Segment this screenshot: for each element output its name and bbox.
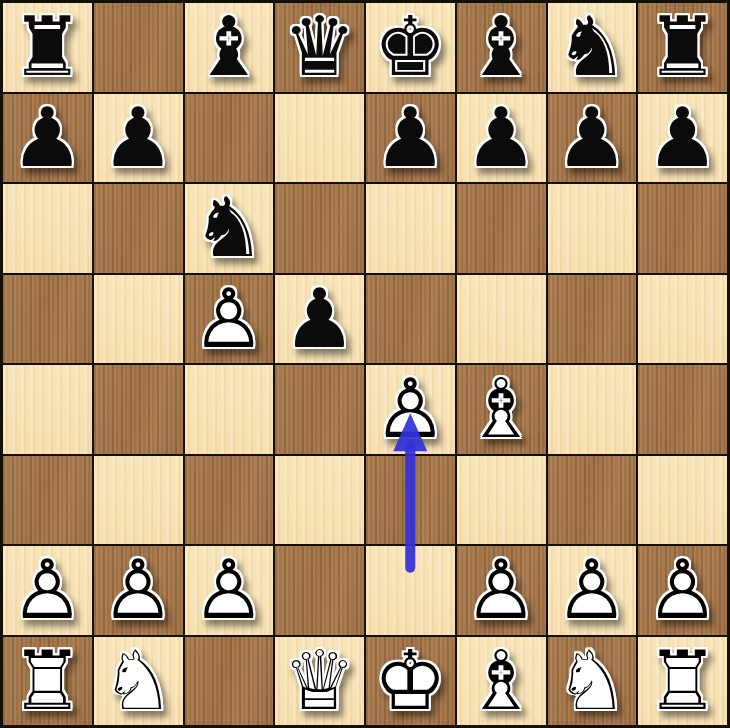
white-rook-outline-icon: ♖ xyxy=(11,640,85,722)
black-bishop-icon: ♝ xyxy=(192,0,266,94)
black-bishop[interactable]: ♝ xyxy=(457,3,546,92)
chess-board-container: ♜♝♛♚♝♞♜♟♟♟♟♟♟♞♟♙♟♟♙♝♗♟♙♟♙♟♙♟♙♟♙♟♙♜♖♞♘♛♕♚… xyxy=(0,0,730,728)
white-pawn-outline-icon: ♙ xyxy=(101,549,175,631)
square-g3[interactable] xyxy=(548,456,637,545)
white-queen-outline-icon: ♕ xyxy=(283,640,357,722)
square-d7[interactable] xyxy=(275,94,364,183)
square-h5[interactable] xyxy=(638,275,727,364)
black-pawn[interactable]: ♟ xyxy=(94,94,183,183)
white-bishop-outline-icon: ♗ xyxy=(464,368,538,450)
square-e7[interactable]: ♟ xyxy=(366,94,455,183)
black-pawn-icon: ♟ xyxy=(464,90,538,185)
square-g2[interactable]: ♟♙ xyxy=(548,546,637,635)
black-king-icon: ♚ xyxy=(374,0,448,94)
black-pawn-icon: ♟ xyxy=(374,90,448,185)
square-a7[interactable]: ♟ xyxy=(3,94,92,183)
white-pawn[interactable]: ♟♙ xyxy=(185,275,274,364)
square-f3[interactable] xyxy=(457,456,546,545)
white-bishop[interactable]: ♝♗ xyxy=(457,365,546,454)
white-pawn[interactable]: ♟♙ xyxy=(94,546,183,635)
white-pawn[interactable]: ♟♙ xyxy=(366,365,455,454)
square-d3[interactable] xyxy=(275,456,364,545)
square-e2[interactable] xyxy=(366,546,455,635)
square-f5[interactable] xyxy=(457,275,546,364)
square-e4[interactable]: ♟♙ xyxy=(366,365,455,454)
square-g8[interactable]: ♞ xyxy=(548,3,637,92)
black-bishop-icon: ♝ xyxy=(464,0,538,94)
square-b8[interactable] xyxy=(94,3,183,92)
square-f8[interactable]: ♝ xyxy=(457,3,546,92)
white-pawn[interactable]: ♟♙ xyxy=(548,546,637,635)
square-g6[interactable] xyxy=(548,184,637,273)
square-h2[interactable]: ♟♙ xyxy=(638,546,727,635)
square-f6[interactable] xyxy=(457,184,546,273)
square-d5[interactable]: ♟ xyxy=(275,275,364,364)
square-b4[interactable] xyxy=(94,365,183,454)
square-h3[interactable] xyxy=(638,456,727,545)
square-b2[interactable]: ♟♙ xyxy=(94,546,183,635)
white-knight-outline-icon: ♘ xyxy=(101,640,175,722)
white-king[interactable]: ♚♔ xyxy=(366,637,455,726)
square-d6[interactable] xyxy=(275,184,364,273)
white-rook[interactable]: ♜♖ xyxy=(3,637,92,726)
square-g1[interactable]: ♞♘ xyxy=(548,637,637,726)
white-pawn-outline-icon: ♙ xyxy=(374,368,448,450)
black-rook[interactable]: ♜ xyxy=(638,3,727,92)
white-pawn-outline-icon: ♙ xyxy=(192,549,266,631)
black-knight-icon: ♞ xyxy=(555,0,629,94)
black-pawn[interactable]: ♟ xyxy=(3,94,92,183)
black-queen[interactable]: ♛ xyxy=(275,3,364,92)
square-e5[interactable] xyxy=(366,275,455,364)
black-rook-icon: ♜ xyxy=(646,0,720,94)
square-a8[interactable]: ♜ xyxy=(3,3,92,92)
square-b5[interactable] xyxy=(94,275,183,364)
square-b3[interactable] xyxy=(94,456,183,545)
white-rook[interactable]: ♜♖ xyxy=(638,637,727,726)
black-king[interactable]: ♚ xyxy=(366,3,455,92)
square-c8[interactable]: ♝ xyxy=(185,3,274,92)
square-c4[interactable] xyxy=(185,365,274,454)
square-c2[interactable]: ♟♙ xyxy=(185,546,274,635)
square-d4[interactable] xyxy=(275,365,364,454)
chess-board: ♜♝♛♚♝♞♜♟♟♟♟♟♟♞♟♙♟♟♙♝♗♟♙♟♙♟♙♟♙♟♙♟♙♜♖♞♘♛♕♚… xyxy=(3,3,727,725)
black-queen-icon: ♛ xyxy=(283,0,357,94)
black-pawn-icon: ♟ xyxy=(283,271,357,366)
square-g5[interactable] xyxy=(548,275,637,364)
square-d2[interactable] xyxy=(275,546,364,635)
square-f4[interactable]: ♝♗ xyxy=(457,365,546,454)
black-rook-icon: ♜ xyxy=(11,0,85,94)
square-d8[interactable]: ♛ xyxy=(275,3,364,92)
square-f2[interactable]: ♟♙ xyxy=(457,546,546,635)
white-bishop-outline-icon: ♗ xyxy=(464,640,538,722)
square-b1[interactable]: ♞♘ xyxy=(94,637,183,726)
black-pawn-icon: ♟ xyxy=(101,90,175,185)
white-pawn-outline-icon: ♙ xyxy=(11,549,85,631)
black-pawn[interactable]: ♟ xyxy=(366,94,455,183)
white-pawn[interactable]: ♟♙ xyxy=(638,546,727,635)
white-knight[interactable]: ♞♘ xyxy=(548,637,637,726)
black-knight[interactable]: ♞ xyxy=(548,3,637,92)
square-h7[interactable]: ♟ xyxy=(638,94,727,183)
square-h8[interactable]: ♜ xyxy=(638,3,727,92)
square-a5[interactable] xyxy=(3,275,92,364)
square-f1[interactable]: ♝♗ xyxy=(457,637,546,726)
white-knight-outline-icon: ♘ xyxy=(555,640,629,722)
square-b7[interactable]: ♟ xyxy=(94,94,183,183)
white-pawn-outline-icon: ♙ xyxy=(464,549,538,631)
white-pawn[interactable]: ♟♙ xyxy=(457,546,546,635)
black-pawn-icon: ♟ xyxy=(646,90,720,185)
black-pawn-icon: ♟ xyxy=(555,90,629,185)
square-c5[interactable]: ♟♙ xyxy=(185,275,274,364)
square-a6[interactable] xyxy=(3,184,92,273)
black-pawn-icon: ♟ xyxy=(11,90,85,185)
square-d1[interactable]: ♛♕ xyxy=(275,637,364,726)
white-rook-outline-icon: ♖ xyxy=(646,640,720,722)
white-pawn-outline-icon: ♙ xyxy=(192,278,266,360)
square-a4[interactable] xyxy=(3,365,92,454)
black-pawn[interactable]: ♟ xyxy=(548,94,637,183)
white-queen[interactable]: ♛♕ xyxy=(275,637,364,726)
square-e1[interactable]: ♚♔ xyxy=(366,637,455,726)
white-knight[interactable]: ♞♘ xyxy=(94,637,183,726)
black-pawn[interactable]: ♟ xyxy=(638,94,727,183)
black-knight[interactable]: ♞ xyxy=(185,184,274,273)
black-rook[interactable]: ♜ xyxy=(3,3,92,92)
square-c7[interactable] xyxy=(185,94,274,183)
white-pawn[interactable]: ♟♙ xyxy=(185,546,274,635)
square-e6[interactable] xyxy=(366,184,455,273)
square-c1[interactable] xyxy=(185,637,274,726)
square-f7[interactable]: ♟ xyxy=(457,94,546,183)
black-bishop[interactable]: ♝ xyxy=(185,3,274,92)
square-a1[interactable]: ♜♖ xyxy=(3,637,92,726)
square-a2[interactable]: ♟♙ xyxy=(3,546,92,635)
white-king-outline-icon: ♔ xyxy=(374,640,448,722)
white-pawn[interactable]: ♟♙ xyxy=(3,546,92,635)
square-c6[interactable]: ♞ xyxy=(185,184,274,273)
square-g7[interactable]: ♟ xyxy=(548,94,637,183)
square-c3[interactable] xyxy=(185,456,274,545)
black-knight-icon: ♞ xyxy=(192,180,266,275)
square-b6[interactable] xyxy=(94,184,183,273)
white-pawn-outline-icon: ♙ xyxy=(555,549,629,631)
black-pawn[interactable]: ♟ xyxy=(457,94,546,183)
black-pawn[interactable]: ♟ xyxy=(275,275,364,364)
square-e8[interactable]: ♚ xyxy=(366,3,455,92)
square-e3[interactable] xyxy=(366,456,455,545)
square-h1[interactable]: ♜♖ xyxy=(638,637,727,726)
square-h4[interactable] xyxy=(638,365,727,454)
square-g4[interactable] xyxy=(548,365,637,454)
square-h6[interactable] xyxy=(638,184,727,273)
square-a3[interactable] xyxy=(3,456,92,545)
white-pawn-outline-icon: ♙ xyxy=(646,549,720,631)
white-bishop[interactable]: ♝♗ xyxy=(457,637,546,726)
